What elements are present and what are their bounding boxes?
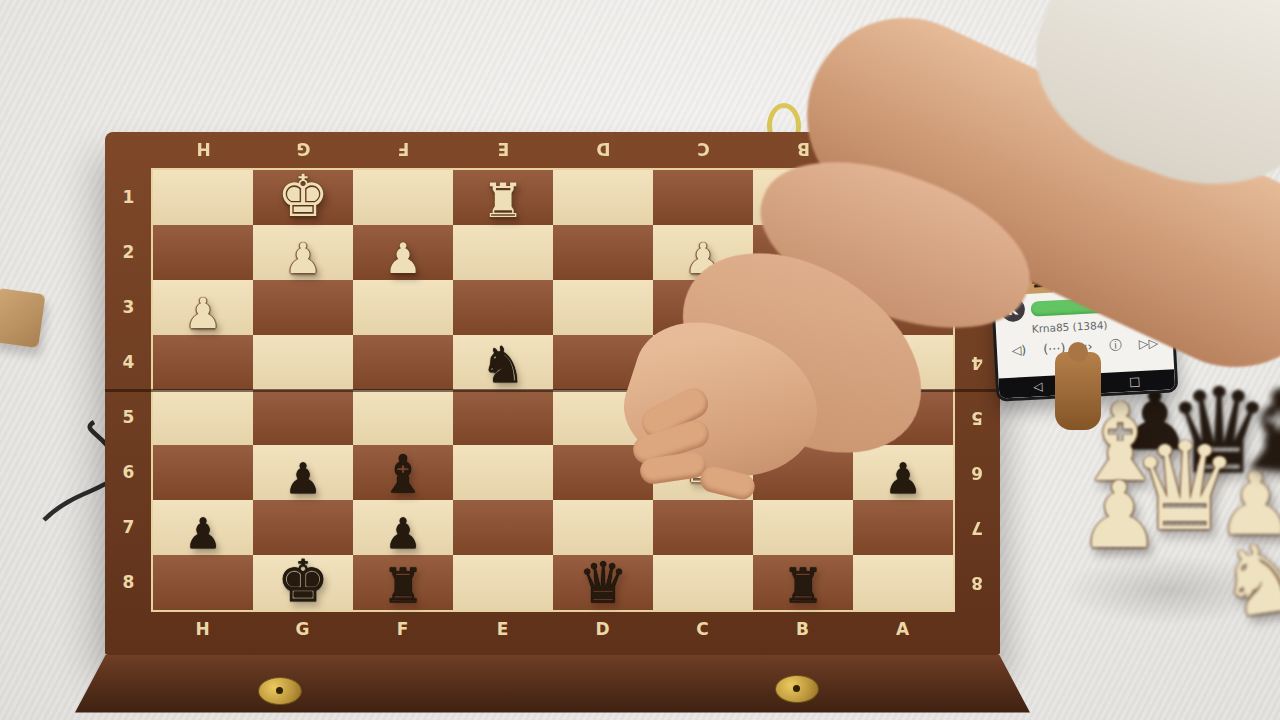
- black-king-g8: ♚: [277, 554, 329, 609]
- rank-label-left-6: 6: [105, 445, 153, 500]
- square-c8: [653, 555, 753, 610]
- black-pawn-a6: ♟: [884, 459, 922, 499]
- rank-label-left-4: 4: [105, 335, 153, 390]
- square-f1: [353, 170, 453, 225]
- square-e7: [453, 500, 553, 555]
- file-label-bottom-A: A: [853, 619, 953, 639]
- black-pawn-g6: ♟: [284, 459, 322, 499]
- square-d2: [553, 225, 653, 280]
- square-a7: [853, 500, 953, 555]
- rank-label-right-5: 5: [953, 390, 1000, 445]
- square-e4: ♞: [453, 335, 553, 390]
- file-label-top-E: E: [453, 139, 553, 159]
- square-d8: ♛: [553, 555, 653, 610]
- square-f8: ♜: [353, 555, 453, 610]
- square-f5: [353, 390, 453, 445]
- white-rook-e1: ♜: [482, 179, 524, 224]
- square-e8: [453, 555, 553, 610]
- black-knight-e4: ♞: [481, 342, 526, 390]
- square-h6: [153, 445, 253, 500]
- rank-label-left-3: 3: [105, 280, 153, 335]
- file-label-bottom-B: B: [753, 619, 853, 639]
- square-d1: [553, 170, 653, 225]
- wood-block: [0, 288, 46, 348]
- black-pawn-f7: ♟: [384, 514, 422, 554]
- file-label-top-H: H: [153, 139, 253, 159]
- white-pawn-g2: ♟: [284, 239, 322, 279]
- info-icon: ⓘ: [1109, 337, 1122, 355]
- square-h8: [153, 555, 253, 610]
- square-a8: [853, 555, 953, 610]
- black-rook-b8: ♜: [782, 564, 824, 609]
- black-bishop-f6: ♝: [380, 450, 427, 499]
- rank-label-right-6: 6: [953, 445, 1000, 500]
- square-d3: [553, 280, 653, 335]
- captured-black-bishop: ♝: [1224, 375, 1280, 488]
- square-f2: ♟: [353, 225, 453, 280]
- file-label-bottom-G: G: [253, 619, 353, 639]
- file-label-bottom-H: H: [153, 619, 253, 639]
- square-f4: [353, 335, 453, 390]
- square-e6: [453, 445, 553, 500]
- file-label-bottom-F: F: [353, 619, 453, 639]
- square-g8: ♚: [253, 555, 353, 610]
- square-e1: ♜: [453, 170, 553, 225]
- black-queen-d8: ♛: [578, 556, 628, 609]
- square-f3: [353, 280, 453, 335]
- square-b8: ♜: [753, 555, 853, 610]
- square-h7: ♟: [153, 500, 253, 555]
- rank-label-left-1: 1: [105, 170, 153, 225]
- phone-prop-piece: [1055, 352, 1101, 430]
- nav-back-icon: ◁: [1033, 379, 1043, 393]
- square-e3: [453, 280, 553, 335]
- square-g6: ♟: [253, 445, 353, 500]
- file-label-top-F: F: [353, 139, 453, 159]
- file-label-top-G: G: [253, 139, 353, 159]
- square-h2: [153, 225, 253, 280]
- square-h1: [153, 170, 253, 225]
- square-g1: ♚: [253, 170, 353, 225]
- sound-icon: ◁): [1011, 342, 1026, 360]
- square-b7: [753, 500, 853, 555]
- white-king-g1: ♚: [277, 169, 329, 224]
- file-label-top-D: D: [553, 139, 653, 159]
- square-g3: [253, 280, 353, 335]
- square-d7: [553, 500, 653, 555]
- file-label-top-C: C: [653, 139, 753, 159]
- file-label-bottom-D: D: [553, 619, 653, 639]
- square-e2: [453, 225, 553, 280]
- square-h4: [153, 335, 253, 390]
- captured-white-knight: ♞: [1212, 529, 1280, 631]
- nav-recent-icon: □: [1129, 374, 1141, 389]
- square-f6: ♝: [353, 445, 453, 500]
- black-pawn-h7: ♟: [184, 514, 222, 554]
- square-e5: [453, 390, 553, 445]
- rank-label-left-2: 2: [105, 225, 153, 280]
- square-h5: [153, 390, 253, 445]
- rank-label-left-8: 8: [105, 555, 153, 610]
- square-f7: ♟: [353, 500, 453, 555]
- white-pawn-f2: ♟: [384, 239, 422, 279]
- square-g2: ♟: [253, 225, 353, 280]
- brass-latch-right: [775, 675, 819, 703]
- square-g4: [253, 335, 353, 390]
- square-g5: [253, 390, 353, 445]
- captured-white-pawn: ♟: [1078, 472, 1160, 559]
- board-front-edge: [75, 655, 1030, 715]
- file-label-bottom-C: C: [653, 619, 753, 639]
- square-a6: ♟: [853, 445, 953, 500]
- rank-label-right-7: 7: [953, 500, 1000, 555]
- square-c1: [653, 170, 753, 225]
- black-rook-f8: ♜: [382, 564, 424, 609]
- white-pawn-h3: ♟: [184, 294, 222, 334]
- brass-latch-left: [258, 677, 302, 705]
- rank-label-right-8: 8: [953, 555, 1000, 610]
- chessboard-photo-scene: ♚♜♝♜♟♟♟♟♟♟♞♝♟♝♛♟♟♟♚♜♛♜ HGFEDCBAHGFEDCBA1…: [0, 0, 1280, 720]
- rank-label-left-7: 7: [105, 500, 153, 555]
- rank-label-left-5: 5: [105, 390, 153, 445]
- square-c7: [653, 500, 753, 555]
- file-label-bottom-E: E: [453, 619, 553, 639]
- square-h3: ♟: [153, 280, 253, 335]
